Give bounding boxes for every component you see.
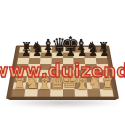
piece-black-pawn-b7[interactable]: ♟ [33, 47, 42, 57]
piece-black-pawn-h7[interactable]: ♟ [100, 47, 109, 57]
board-shadow [3, 99, 122, 108]
watermark-text: www.duizend.com [0, 61, 125, 81]
piece-black-pawn-c7[interactable]: ♟ [44, 47, 53, 57]
piece-black-pawn-d7[interactable]: ♟ [55, 47, 64, 57]
piece-black-pawn-f7[interactable]: ♟ [77, 47, 86, 57]
chess-set-photo: ♜♞♝♛♚♝♞♜♟♟♟♟♟♟♟♟♟♟♟♟♟♟♟♟♜♞♝♛♚♝♞♜ www.dui… [0, 0, 125, 125]
piece-black-pawn-e7[interactable]: ♟ [66, 47, 75, 57]
piece-black-pawn-a7[interactable]: ♟ [21, 47, 30, 57]
board-edge [8, 97, 117, 100]
piece-black-pawn-g7[interactable]: ♟ [89, 47, 98, 57]
